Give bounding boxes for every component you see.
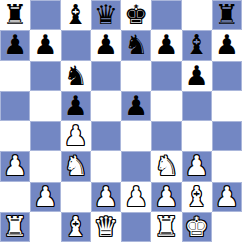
- black-king[interactable]: ♚: [124, 0, 148, 30]
- square-b8[interactable]: [30, 0, 60, 30]
- square-h4[interactable]: [212, 121, 242, 151]
- square-c7[interactable]: [61, 30, 91, 60]
- square-e5[interactable]: ♟: [121, 91, 151, 121]
- white-pawn[interactable]: ♟: [33, 182, 57, 212]
- square-e6[interactable]: [121, 61, 151, 91]
- white-bishop[interactable]: ♝: [185, 182, 209, 212]
- square-b4[interactable]: [30, 121, 60, 151]
- black-bishop[interactable]: ♝: [185, 30, 209, 60]
- white-queen[interactable]: ♛: [94, 212, 118, 242]
- white-knight[interactable]: ♞: [64, 151, 88, 181]
- square-e2[interactable]: ♟: [121, 182, 151, 212]
- square-f7[interactable]: ♟: [151, 30, 181, 60]
- black-pawn[interactable]: ♟: [154, 30, 178, 60]
- black-rook[interactable]: ♜: [215, 0, 239, 30]
- black-pawn[interactable]: ♟: [3, 30, 27, 60]
- square-h6[interactable]: [212, 61, 242, 91]
- chess-board: ♜♝♛♚♜♟♟♟♞♟♝♟♞♟♟♟♟♟♞♞♟♟♟♟♟♝♟♜♝♛♜♚: [0, 0, 242, 242]
- square-f6[interactable]: [151, 61, 181, 91]
- square-a1[interactable]: ♜: [0, 212, 30, 242]
- square-g8[interactable]: [182, 0, 212, 30]
- square-g4[interactable]: [182, 121, 212, 151]
- black-pawn[interactable]: ♟: [185, 61, 209, 91]
- square-a8[interactable]: ♜: [0, 0, 30, 30]
- square-c6[interactable]: ♞: [61, 61, 91, 91]
- square-g7[interactable]: ♝: [182, 30, 212, 60]
- white-bishop[interactable]: ♝: [64, 212, 88, 242]
- black-pawn[interactable]: ♟: [94, 30, 118, 60]
- white-rook[interactable]: ♜: [3, 212, 27, 242]
- square-e3[interactable]: [121, 151, 151, 181]
- white-king[interactable]: ♚: [185, 212, 209, 242]
- square-h8[interactable]: ♜: [212, 0, 242, 30]
- square-g6[interactable]: ♟: [182, 61, 212, 91]
- white-pawn[interactable]: ♟: [94, 182, 118, 212]
- square-d2[interactable]: ♟: [91, 182, 121, 212]
- black-knight[interactable]: ♞: [124, 30, 148, 60]
- square-f3[interactable]: ♞: [151, 151, 181, 181]
- white-rook[interactable]: ♜: [154, 212, 178, 242]
- square-d1[interactable]: ♛: [91, 212, 121, 242]
- square-a7[interactable]: ♟: [0, 30, 30, 60]
- black-bishop[interactable]: ♝: [64, 0, 88, 30]
- square-e7[interactable]: ♞: [121, 30, 151, 60]
- square-c2[interactable]: [61, 182, 91, 212]
- square-g1[interactable]: ♚: [182, 212, 212, 242]
- square-d8[interactable]: ♛: [91, 0, 121, 30]
- square-f2[interactable]: ♟: [151, 182, 181, 212]
- square-b3[interactable]: [30, 151, 60, 181]
- square-h7[interactable]: ♟: [212, 30, 242, 60]
- square-d3[interactable]: [91, 151, 121, 181]
- square-b5[interactable]: [30, 91, 60, 121]
- square-e8[interactable]: ♚: [121, 0, 151, 30]
- square-f8[interactable]: [151, 0, 181, 30]
- square-a2[interactable]: [0, 182, 30, 212]
- white-pawn[interactable]: ♟: [64, 121, 88, 151]
- white-pawn[interactable]: ♟: [124, 182, 148, 212]
- square-g5[interactable]: [182, 91, 212, 121]
- square-b2[interactable]: ♟: [30, 182, 60, 212]
- square-e1[interactable]: [121, 212, 151, 242]
- square-d6[interactable]: [91, 61, 121, 91]
- square-c8[interactable]: ♝: [61, 0, 91, 30]
- white-pawn[interactable]: ♟: [185, 151, 209, 181]
- square-a4[interactable]: [0, 121, 30, 151]
- square-d7[interactable]: ♟: [91, 30, 121, 60]
- white-pawn[interactable]: ♟: [3, 151, 27, 181]
- square-e4[interactable]: [121, 121, 151, 151]
- square-f1[interactable]: ♜: [151, 212, 181, 242]
- square-h3[interactable]: [212, 151, 242, 181]
- square-b1[interactable]: [30, 212, 60, 242]
- square-d4[interactable]: [91, 121, 121, 151]
- square-h2[interactable]: ♟: [212, 182, 242, 212]
- square-h5[interactable]: [212, 91, 242, 121]
- square-b6[interactable]: [30, 61, 60, 91]
- square-a5[interactable]: [0, 91, 30, 121]
- square-a3[interactable]: ♟: [0, 151, 30, 181]
- white-pawn[interactable]: ♟: [154, 182, 178, 212]
- black-knight[interactable]: ♞: [64, 61, 88, 91]
- square-c3[interactable]: ♞: [61, 151, 91, 181]
- square-f5[interactable]: [151, 91, 181, 121]
- black-queen[interactable]: ♛: [94, 0, 118, 30]
- white-pawn[interactable]: ♟: [215, 182, 239, 212]
- black-pawn[interactable]: ♟: [33, 30, 57, 60]
- square-c5[interactable]: ♟: [61, 91, 91, 121]
- square-a6[interactable]: [0, 61, 30, 91]
- square-c1[interactable]: ♝: [61, 212, 91, 242]
- square-d5[interactable]: [91, 91, 121, 121]
- black-pawn[interactable]: ♟: [64, 91, 88, 121]
- square-g3[interactable]: ♟: [182, 151, 212, 181]
- white-knight[interactable]: ♞: [154, 151, 178, 181]
- square-h1[interactable]: [212, 212, 242, 242]
- black-pawn[interactable]: ♟: [124, 91, 148, 121]
- square-f4[interactable]: [151, 121, 181, 151]
- square-g2[interactable]: ♝: [182, 182, 212, 212]
- black-pawn[interactable]: ♟: [215, 30, 239, 60]
- black-rook[interactable]: ♜: [3, 0, 27, 30]
- square-c4[interactable]: ♟: [61, 121, 91, 151]
- square-b7[interactable]: ♟: [30, 30, 60, 60]
